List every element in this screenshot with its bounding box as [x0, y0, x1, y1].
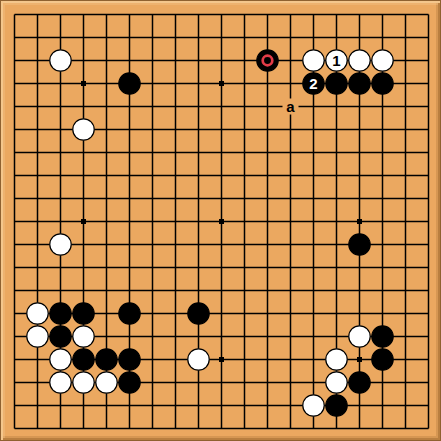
- black-stone: [372, 349, 393, 370]
- star-point: [357, 219, 362, 224]
- white-stone: [303, 395, 324, 416]
- white-stone: [326, 372, 347, 393]
- black-stone: [119, 73, 140, 94]
- black-stone: [349, 234, 370, 255]
- white-stone: [50, 349, 71, 370]
- star-point: [81, 81, 86, 86]
- star-point: [219, 81, 224, 86]
- white-stone: [73, 119, 94, 140]
- black-stone: [119, 349, 140, 370]
- white-stone: [188, 349, 209, 370]
- white-stone: [303, 50, 324, 71]
- black-stone: [372, 73, 393, 94]
- go-board-diagram: 12a: [0, 0, 441, 441]
- white-stone: [349, 326, 370, 347]
- star-point: [357, 357, 362, 362]
- white-stone: [50, 234, 71, 255]
- black-stone: [326, 73, 347, 94]
- black-stone: [326, 395, 347, 416]
- white-stone: [73, 326, 94, 347]
- white-stone: [326, 349, 347, 370]
- black-stone: [372, 326, 393, 347]
- star-point: [219, 357, 224, 362]
- white-stone: [96, 372, 117, 393]
- black-stone: [257, 50, 278, 71]
- white-stone: [50, 372, 71, 393]
- white-stone: [50, 50, 71, 71]
- board-svg: 12a: [1, 1, 441, 441]
- black-stone: [50, 303, 71, 324]
- black-stone: [119, 372, 140, 393]
- point-label: a: [286, 98, 295, 115]
- black-stone: [349, 73, 370, 94]
- black-stone: [188, 303, 209, 324]
- black-stone: [119, 303, 140, 324]
- move-number-label: 2: [309, 75, 317, 92]
- white-stone: [73, 372, 94, 393]
- white-stone: [349, 50, 370, 71]
- star-point: [81, 219, 86, 224]
- white-stone: [372, 50, 393, 71]
- black-stone: [73, 349, 94, 370]
- move-number-label: 1: [332, 52, 340, 69]
- black-stone: [50, 326, 71, 347]
- black-stone: [73, 303, 94, 324]
- star-point: [219, 219, 224, 224]
- white-stone: [27, 326, 48, 347]
- black-stone: [349, 372, 370, 393]
- white-stone: [27, 303, 48, 324]
- black-stone: [96, 349, 117, 370]
